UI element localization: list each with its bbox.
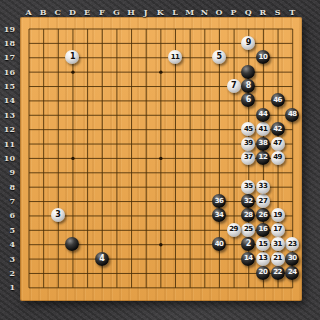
stone-9-q18: 9 [241,36,255,50]
stone-12-r10: 12 [256,151,270,165]
move-number: 1 [70,53,75,61]
move-number: 24 [288,269,297,276]
move-number: 21 [273,255,282,262]
move-number: 47 [273,140,282,147]
column-label-H: H [127,8,135,16]
stone-29-p5: 29 [227,223,241,237]
stone-24-t2: 24 [285,266,299,280]
move-number: 30 [288,255,297,262]
move-number: 8 [246,82,251,90]
row-label-4: 4 [1,240,15,248]
move-number: 49 [273,154,282,161]
move-number: 35 [244,183,253,190]
go-kifu-diagram: 1234567891011121314151617192021222324252… [0,0,320,320]
move-number: 11 [171,54,180,61]
stone-27-r7: 27 [256,194,270,208]
stone-46-s14: 46 [271,93,285,107]
move-number: 38 [259,140,268,147]
row-label-18: 18 [1,39,15,47]
stone-2-q4: 2 [241,237,255,251]
stones-layer: 1234567891011121314151617192021222324252… [20,17,302,301]
move-number: 45 [244,126,253,133]
row-label-3: 3 [1,255,15,263]
move-number: 23 [288,241,297,248]
row-label-19: 19 [1,25,15,33]
stone-8-q15: 8 [241,79,255,93]
stone-30-t3: 30 [285,252,299,266]
move-number: 25 [244,226,253,233]
move-number: 15 [259,241,268,248]
stone-36-o7: 36 [212,194,226,208]
move-number: 28 [244,212,253,219]
row-label-8: 8 [1,183,15,191]
move-number: 31 [273,241,282,248]
move-number: 29 [229,226,238,233]
move-number: 32 [244,198,253,205]
move-number: 13 [259,255,268,262]
column-label-P: P [231,8,237,16]
stone-48-t13: 48 [285,108,299,122]
row-label-10: 10 [1,154,15,162]
row-label-14: 14 [1,96,15,104]
stone-6-q14: 6 [241,93,255,107]
go-board[interactable]: 1234567891011121314151617192021222324252… [20,17,302,301]
stone-31-s4: 31 [271,237,285,251]
move-number: 39 [244,140,253,147]
column-label-T: T [289,8,295,16]
row-label-17: 17 [1,53,15,61]
stone-3-c6: 3 [51,208,65,222]
column-label-N: N [201,8,208,16]
move-number: 46 [273,97,282,104]
column-label-O: O [215,8,222,16]
stone-26-r6: 26 [256,208,270,222]
row-label-1: 1 [1,283,15,291]
column-label-E: E [84,8,90,16]
column-label-D: D [69,8,76,16]
stone-41-r12: 41 [256,122,270,136]
stone-45-q12: 45 [241,122,255,136]
stone-37-q10: 37 [241,151,255,165]
stone-20-r2: 20 [256,266,270,280]
stone-19-s6: 19 [271,208,285,222]
move-number: 26 [259,212,268,219]
column-label-M: M [185,8,194,16]
stone-42-s12: 42 [271,122,285,136]
stone-32-q7: 32 [241,194,255,208]
row-label-13: 13 [1,111,15,119]
move-number: 17 [273,226,282,233]
stone-d4 [65,237,79,251]
move-number: 10 [259,54,268,61]
move-number: 5 [216,53,221,61]
column-label-A: A [25,8,31,16]
stone-23-t4: 23 [285,237,299,251]
stone-q16 [241,65,255,79]
move-number: 6 [246,96,251,104]
stone-39-q11: 39 [241,137,255,151]
stone-15-r4: 15 [256,237,270,251]
row-label-15: 15 [1,82,15,90]
move-number: 19 [273,212,282,219]
move-number: 16 [259,226,268,233]
stone-7-p15: 7 [227,79,241,93]
move-number: 4 [99,255,104,263]
row-label-9: 9 [1,168,15,176]
move-number: 34 [215,212,224,219]
stone-40-o4: 40 [212,237,226,251]
row-label-11: 11 [1,140,15,148]
stone-1-d17: 1 [65,50,79,64]
column-label-C: C [55,8,61,16]
stone-28-q6: 28 [241,208,255,222]
move-number: 22 [273,269,282,276]
column-label-B: B [40,8,47,16]
stone-22-s2: 22 [271,266,285,280]
move-number: 2 [246,240,251,248]
move-number: 7 [231,82,236,90]
stone-49-s10: 49 [271,151,285,165]
row-label-6: 6 [1,211,15,219]
move-number: 3 [55,211,60,219]
row-label-12: 12 [1,125,15,133]
column-label-S: S [275,8,281,16]
row-label-2: 2 [1,269,15,277]
column-label-J: J [144,8,148,16]
stone-25-q5: 25 [241,223,255,237]
move-number: 41 [259,126,268,133]
stone-38-r11: 38 [256,137,270,151]
stone-47-s11: 47 [271,137,285,151]
column-label-L: L [172,8,178,16]
stone-4-f3: 4 [95,252,109,266]
move-number: 37 [244,154,253,161]
column-label-R: R [260,8,267,16]
row-label-16: 16 [1,68,15,76]
column-label-Q: Q [245,8,252,16]
row-label-5: 5 [1,226,15,234]
move-number: 12 [259,154,268,161]
stone-16-r5: 16 [256,223,270,237]
move-number: 42 [273,126,282,133]
stone-33-r8: 33 [256,180,270,194]
stone-34-o6: 34 [212,208,226,222]
move-number: 44 [259,111,268,118]
column-label-F: F [99,8,105,16]
stone-35-q8: 35 [241,180,255,194]
stone-13-r3: 13 [256,252,270,266]
stone-21-s3: 21 [271,252,285,266]
move-number: 33 [259,183,268,190]
move-number: 20 [259,269,268,276]
column-label-G: G [113,8,120,16]
move-number: 48 [288,111,297,118]
stone-11-l17: 11 [168,50,182,64]
stone-14-q3: 14 [241,252,255,266]
move-number: 27 [259,198,268,205]
move-number: 14 [244,255,253,262]
move-number: 40 [215,241,224,248]
move-number: 36 [215,198,224,205]
stone-10-r17: 10 [256,50,270,64]
stone-17-s5: 17 [271,223,285,237]
row-label-7: 7 [1,197,15,205]
stone-44-r13: 44 [256,108,270,122]
stone-5-o17: 5 [212,50,226,64]
move-number: 9 [246,39,251,47]
column-label-K: K [157,8,164,16]
